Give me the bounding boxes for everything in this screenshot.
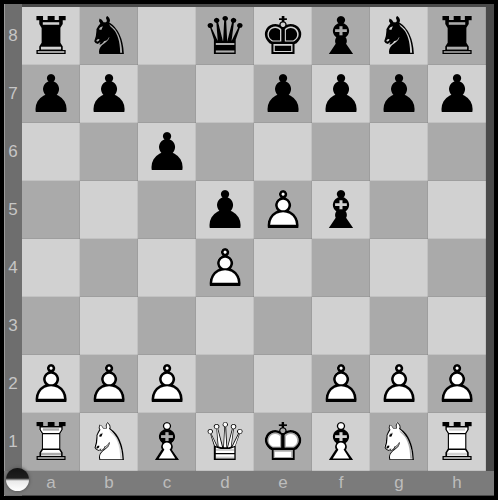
square-d3[interactable]	[196, 297, 254, 355]
rank-label-4: 4	[4, 239, 22, 297]
rank-label-8: 8	[4, 7, 22, 65]
piece-white-pawn[interactable]: ♟♙	[196, 239, 254, 297]
square-e3[interactable]	[254, 297, 312, 355]
piece-black-knight[interactable]: ♞	[80, 7, 138, 65]
square-d4[interactable]: ♟♙	[196, 239, 254, 297]
board-backdrop: ♜♞♛♚♝♞♜♟♟♟♟♟♟♟♟♟♙♝♟♙♟♙♟♙♟♙♟♙♟♙♟♙♜♖♞♘♝♗♛♕…	[4, 4, 494, 496]
square-b8[interactable]: ♞	[80, 7, 138, 65]
square-b3[interactable]	[80, 297, 138, 355]
square-a2[interactable]: ♟♙	[22, 355, 80, 413]
chess-app-window: ♜♞♛♚♝♞♜♟♟♟♟♟♟♟♟♟♙♝♟♙♟♙♟♙♟♙♟♙♟♙♟♙♜♖♞♘♝♗♛♕…	[0, 0, 498, 500]
square-g8[interactable]: ♞	[370, 7, 428, 65]
square-f6[interactable]	[312, 123, 370, 181]
square-f3[interactable]	[312, 297, 370, 355]
square-d5[interactable]: ♟	[196, 181, 254, 239]
square-h7[interactable]: ♟	[428, 65, 486, 123]
square-g4[interactable]	[370, 239, 428, 297]
piece-white-bishop[interactable]: ♝♗	[312, 413, 370, 471]
piece-black-knight[interactable]: ♞	[370, 7, 428, 65]
file-label-a: a	[22, 471, 80, 495]
square-b7[interactable]: ♟	[80, 65, 138, 123]
piece-black-pawn[interactable]: ♟	[428, 65, 486, 123]
rank-label-5: 5	[4, 181, 22, 239]
square-g1[interactable]: ♞♘	[370, 413, 428, 471]
square-a4[interactable]	[22, 239, 80, 297]
square-c6[interactable]: ♟	[138, 123, 196, 181]
square-g5[interactable]	[370, 181, 428, 239]
square-d1[interactable]: ♛♕	[196, 413, 254, 471]
square-a5[interactable]	[22, 181, 80, 239]
square-h2[interactable]: ♟♙	[428, 355, 486, 413]
chess-board: ♜♞♛♚♝♞♜♟♟♟♟♟♟♟♟♟♙♝♟♙♟♙♟♙♟♙♟♙♟♙♟♙♜♖♞♘♝♗♛♕…	[22, 7, 486, 471]
square-f7[interactable]: ♟	[312, 65, 370, 123]
square-c2[interactable]: ♟♙	[138, 355, 196, 413]
square-g3[interactable]	[370, 297, 428, 355]
square-f1[interactable]: ♝♗	[312, 413, 370, 471]
piece-white-knight[interactable]: ♞♘	[370, 413, 428, 471]
piece-white-queen[interactable]: ♛♕	[196, 413, 254, 471]
square-c1[interactable]: ♝♗	[138, 413, 196, 471]
square-d8[interactable]: ♛	[196, 7, 254, 65]
square-g6[interactable]	[370, 123, 428, 181]
square-e7[interactable]: ♟	[254, 65, 312, 123]
piece-black-king[interactable]: ♚	[254, 7, 312, 65]
square-a1[interactable]: ♜♖	[22, 413, 80, 471]
piece-black-rook[interactable]: ♜	[22, 7, 80, 65]
square-e6[interactable]	[254, 123, 312, 181]
square-f5[interactable]: ♝	[312, 181, 370, 239]
square-a7[interactable]: ♟	[22, 65, 80, 123]
square-h8[interactable]: ♜	[428, 7, 486, 65]
square-b5[interactable]	[80, 181, 138, 239]
square-b4[interactable]	[80, 239, 138, 297]
square-f8[interactable]: ♝	[312, 7, 370, 65]
piece-black-queen[interactable]: ♛	[196, 7, 254, 65]
square-c8[interactable]	[138, 7, 196, 65]
square-b1[interactable]: ♞♘	[80, 413, 138, 471]
square-e8[interactable]: ♚	[254, 7, 312, 65]
turn-indicator-icon	[6, 468, 29, 491]
square-e2[interactable]	[254, 355, 312, 413]
piece-black-pawn[interactable]: ♟	[254, 65, 312, 123]
square-c3[interactable]	[138, 297, 196, 355]
file-label-c: c	[138, 471, 196, 495]
file-label-h: h	[428, 471, 486, 495]
square-h5[interactable]	[428, 181, 486, 239]
square-f4[interactable]	[312, 239, 370, 297]
piece-white-pawn[interactable]: ♟♙	[428, 355, 486, 413]
square-h4[interactable]	[428, 239, 486, 297]
piece-white-pawn[interactable]: ♟♙	[22, 355, 80, 413]
square-c5[interactable]	[138, 181, 196, 239]
square-e4[interactable]	[254, 239, 312, 297]
square-h3[interactable]	[428, 297, 486, 355]
piece-white-king[interactable]: ♚♔	[254, 413, 312, 471]
piece-black-pawn[interactable]: ♟	[80, 65, 138, 123]
square-d7[interactable]	[196, 65, 254, 123]
square-d2[interactable]	[196, 355, 254, 413]
piece-white-rook[interactable]: ♜♖	[428, 413, 486, 471]
piece-white-pawn[interactable]: ♟♙	[370, 355, 428, 413]
square-c4[interactable]	[138, 239, 196, 297]
piece-black-pawn[interactable]: ♟	[138, 123, 196, 181]
file-label-b: b	[80, 471, 138, 495]
file-label-d: d	[196, 471, 254, 495]
piece-black-pawn[interactable]: ♟	[22, 65, 80, 123]
rank-label-1: 1	[4, 413, 22, 471]
square-h6[interactable]	[428, 123, 486, 181]
square-a8[interactable]: ♜	[22, 7, 80, 65]
square-a3[interactable]	[22, 297, 80, 355]
piece-black-bishop[interactable]: ♝	[312, 7, 370, 65]
rank-label-6: 6	[4, 123, 22, 181]
rank-label-7: 7	[4, 65, 22, 123]
square-g2[interactable]: ♟♙	[370, 355, 428, 413]
square-f2[interactable]: ♟♙	[312, 355, 370, 413]
piece-white-pawn[interactable]: ♟♙	[312, 355, 370, 413]
square-c7[interactable]	[138, 65, 196, 123]
piece-white-pawn[interactable]: ♟♙	[80, 355, 138, 413]
piece-black-pawn[interactable]: ♟	[370, 65, 428, 123]
rank-label-3: 3	[4, 297, 22, 355]
square-a6[interactable]	[22, 123, 80, 181]
piece-black-pawn[interactable]: ♟	[196, 181, 254, 239]
square-h1[interactable]: ♜♖	[428, 413, 486, 471]
piece-white-rook[interactable]: ♜♖	[22, 413, 80, 471]
square-g7[interactable]: ♟	[370, 65, 428, 123]
file-label-g: g	[370, 471, 428, 495]
square-d6[interactable]	[196, 123, 254, 181]
piece-black-bishop[interactable]: ♝	[312, 181, 370, 239]
piece-white-pawn[interactable]: ♟♙	[138, 355, 196, 413]
square-b6[interactable]	[80, 123, 138, 181]
piece-black-rook[interactable]: ♜	[428, 7, 486, 65]
square-e5[interactable]: ♟♙	[254, 181, 312, 239]
file-label-e: e	[254, 471, 312, 495]
piece-black-pawn[interactable]: ♟	[312, 65, 370, 123]
piece-white-bishop[interactable]: ♝♗	[138, 413, 196, 471]
square-e1[interactable]: ♚♔	[254, 413, 312, 471]
piece-white-pawn[interactable]: ♟♙	[254, 181, 312, 239]
square-b2[interactable]: ♟♙	[80, 355, 138, 413]
piece-white-knight[interactable]: ♞♘	[80, 413, 138, 471]
file-label-f: f	[312, 471, 370, 495]
rank-label-2: 2	[4, 355, 22, 413]
